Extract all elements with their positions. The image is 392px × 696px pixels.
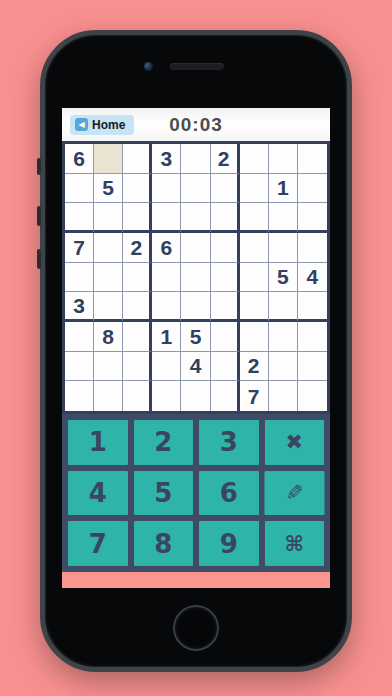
cell-r2c5[interactable] bbox=[181, 174, 210, 204]
cell-r9c2[interactable] bbox=[94, 381, 123, 411]
key-1[interactable]: 1 bbox=[68, 420, 128, 465]
cell-r7c9[interactable] bbox=[298, 322, 327, 352]
cell-r7c5[interactable]: 5 bbox=[181, 322, 210, 352]
cell-r6c3[interactable] bbox=[123, 292, 152, 322]
cell-r5c2[interactable] bbox=[94, 263, 123, 293]
cell-r2c2[interactable]: 5 bbox=[94, 174, 123, 204]
cell-r7c3[interactable] bbox=[123, 322, 152, 352]
phone-frame: ◀ Home 00:03 63251726543815427 123✖456✎7… bbox=[40, 30, 352, 672]
cell-r5c3[interactable] bbox=[123, 263, 152, 293]
cell-r8c5[interactable]: 4 bbox=[181, 352, 210, 382]
cell-r7c2[interactable]: 8 bbox=[94, 322, 123, 352]
key-6[interactable]: 6 bbox=[199, 471, 259, 516]
cell-r3c5[interactable] bbox=[181, 203, 210, 233]
cell-r1c9[interactable] bbox=[298, 144, 327, 174]
cell-r7c7[interactable] bbox=[240, 322, 269, 352]
cell-r9c5[interactable] bbox=[181, 381, 210, 411]
app-footer-strip bbox=[62, 572, 330, 588]
cell-r4c5[interactable] bbox=[181, 233, 210, 263]
cell-r4c2[interactable] bbox=[94, 233, 123, 263]
cell-r9c3[interactable] bbox=[123, 381, 152, 411]
cell-r4c3[interactable]: 2 bbox=[123, 233, 152, 263]
cell-r4c8[interactable] bbox=[269, 233, 298, 263]
cell-r5c5[interactable] bbox=[181, 263, 210, 293]
cell-r5c9[interactable]: 4 bbox=[298, 263, 327, 293]
cell-r6c1[interactable]: 3 bbox=[65, 292, 94, 322]
cell-r9c4[interactable] bbox=[152, 381, 181, 411]
earpiece-speaker bbox=[170, 63, 224, 70]
cell-r8c8[interactable] bbox=[269, 352, 298, 382]
cell-r1c3[interactable] bbox=[123, 144, 152, 174]
cell-r4c4[interactable]: 6 bbox=[152, 233, 181, 263]
cell-r6c7[interactable] bbox=[240, 292, 269, 322]
sudoku-grid: 63251726543815427 bbox=[62, 141, 330, 414]
cell-r6c5[interactable] bbox=[181, 292, 210, 322]
key-2[interactable]: 2 bbox=[134, 420, 194, 465]
background: { "game": "sudoku", "position": "6003020… bbox=[0, 0, 392, 696]
cell-r2c8[interactable]: 1 bbox=[269, 174, 298, 204]
key-command[interactable]: ⌘ bbox=[265, 521, 325, 566]
cell-r7c6[interactable] bbox=[211, 322, 240, 352]
cell-r1c6[interactable]: 2 bbox=[211, 144, 240, 174]
cell-r1c5[interactable] bbox=[181, 144, 210, 174]
cell-r8c2[interactable] bbox=[94, 352, 123, 382]
key-pencil[interactable]: ✎ bbox=[265, 471, 325, 516]
cell-r3c7[interactable] bbox=[240, 203, 269, 233]
cell-r1c7[interactable] bbox=[240, 144, 269, 174]
cell-r2c9[interactable] bbox=[298, 174, 327, 204]
front-camera bbox=[144, 62, 153, 71]
cell-r8c6[interactable] bbox=[211, 352, 240, 382]
cell-r3c3[interactable] bbox=[123, 203, 152, 233]
timer: 00:03 bbox=[169, 114, 223, 136]
cell-r1c8[interactable] bbox=[269, 144, 298, 174]
cell-r3c8[interactable] bbox=[269, 203, 298, 233]
cell-r4c9[interactable] bbox=[298, 233, 327, 263]
cell-r7c4[interactable]: 1 bbox=[152, 322, 181, 352]
cell-r3c2[interactable] bbox=[94, 203, 123, 233]
cell-r2c7[interactable] bbox=[240, 174, 269, 204]
key-7[interactable]: 7 bbox=[68, 521, 128, 566]
cell-r5c6[interactable] bbox=[211, 263, 240, 293]
cell-r6c8[interactable] bbox=[269, 292, 298, 322]
navbar: ◀ Home 00:03 bbox=[62, 108, 330, 141]
mute-switch bbox=[37, 158, 41, 175]
key-erase[interactable]: ✖ bbox=[265, 420, 325, 465]
cell-r6c2[interactable] bbox=[94, 292, 123, 322]
home-back-button[interactable]: ◀ Home bbox=[70, 115, 134, 135]
cell-r6c6[interactable] bbox=[211, 292, 240, 322]
cell-r1c1[interactable]: 6 bbox=[65, 144, 94, 174]
cell-r5c7[interactable] bbox=[240, 263, 269, 293]
cell-r1c2[interactable] bbox=[94, 144, 123, 174]
cell-r7c1[interactable] bbox=[65, 322, 94, 352]
cell-r5c4[interactable] bbox=[152, 263, 181, 293]
cell-r8c7[interactable]: 2 bbox=[240, 352, 269, 382]
volume-down-button bbox=[37, 249, 41, 269]
cell-r8c1[interactable] bbox=[65, 352, 94, 382]
cell-r8c3[interactable] bbox=[123, 352, 152, 382]
cell-r6c4[interactable] bbox=[152, 292, 181, 322]
cell-r9c6[interactable] bbox=[211, 381, 240, 411]
app-screen: ◀ Home 00:03 63251726543815427 123✖456✎7… bbox=[62, 108, 330, 588]
cell-r5c8[interactable]: 5 bbox=[269, 263, 298, 293]
key-4[interactable]: 4 bbox=[68, 471, 128, 516]
cell-r2c3[interactable] bbox=[123, 174, 152, 204]
volume-up-button bbox=[37, 206, 41, 226]
cell-r1c4[interactable]: 3 bbox=[152, 144, 181, 174]
cell-r5c1[interactable] bbox=[65, 263, 94, 293]
cell-r4c1[interactable]: 7 bbox=[65, 233, 94, 263]
cell-r2c6[interactable] bbox=[211, 174, 240, 204]
cell-r4c7[interactable] bbox=[240, 233, 269, 263]
back-icon: ◀ bbox=[75, 118, 88, 131]
key-3[interactable]: 3 bbox=[199, 420, 259, 465]
cell-r9c1[interactable] bbox=[65, 381, 94, 411]
phone-home-button bbox=[173, 605, 219, 651]
key-5[interactable]: 5 bbox=[134, 471, 194, 516]
cell-r6c9[interactable] bbox=[298, 292, 327, 322]
cell-r8c4[interactable] bbox=[152, 352, 181, 382]
cell-r9c8[interactable] bbox=[269, 381, 298, 411]
cell-r3c1[interactable] bbox=[65, 203, 94, 233]
keypad: 123✖456✎789⌘ bbox=[62, 414, 330, 572]
key-8[interactable]: 8 bbox=[134, 521, 194, 566]
cell-r4c6[interactable] bbox=[211, 233, 240, 263]
cell-r7c8[interactable] bbox=[269, 322, 298, 352]
key-9[interactable]: 9 bbox=[199, 521, 259, 566]
cell-r9c7[interactable]: 7 bbox=[240, 381, 269, 411]
cell-r2c4[interactable] bbox=[152, 174, 181, 204]
cell-r8c9[interactable] bbox=[298, 352, 327, 382]
home-button-label: Home bbox=[92, 118, 125, 132]
cell-r3c9[interactable] bbox=[298, 203, 327, 233]
cell-r3c6[interactable] bbox=[211, 203, 240, 233]
cell-r9c9[interactable] bbox=[298, 381, 327, 411]
cell-r3c4[interactable] bbox=[152, 203, 181, 233]
cell-r2c1[interactable] bbox=[65, 174, 94, 204]
